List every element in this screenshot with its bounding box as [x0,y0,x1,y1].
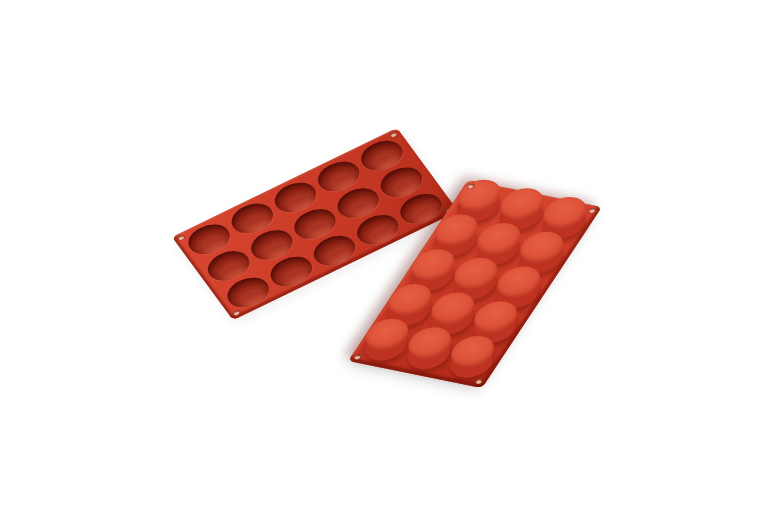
hang-hole [353,354,361,359]
hang-hole [475,379,483,384]
hang-hole [233,310,241,316]
hang-hole [588,208,596,213]
product-photo [0,0,764,520]
bump [443,343,501,381]
hang-hole [177,235,185,241]
hang-hole [390,132,398,138]
